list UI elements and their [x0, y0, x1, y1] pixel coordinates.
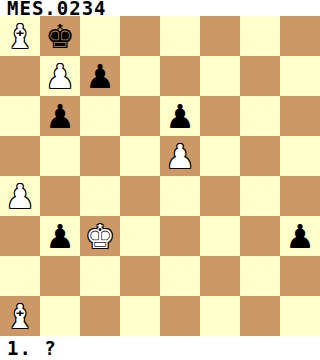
square-g6[interactable]	[240, 96, 280, 136]
chess-board: ♝♚♟♟♟♟♟♟♟♚♟♝	[0, 16, 320, 336]
square-e3[interactable]	[160, 216, 200, 256]
square-e2[interactable]	[160, 256, 200, 296]
square-c1[interactable]	[80, 296, 120, 336]
square-e1[interactable]	[160, 296, 200, 336]
black-pawn: ♟	[165, 98, 195, 136]
square-h8[interactable]	[280, 16, 320, 56]
square-f8[interactable]	[200, 16, 240, 56]
square-c8[interactable]	[80, 16, 120, 56]
square-a1[interactable]: ♝	[0, 296, 40, 336]
square-a4[interactable]: ♟	[0, 176, 40, 216]
white-bishop: ♝	[5, 18, 35, 56]
square-d8[interactable]	[120, 16, 160, 56]
square-c2[interactable]	[80, 256, 120, 296]
square-e4[interactable]	[160, 176, 200, 216]
black-pawn: ♟	[85, 58, 115, 96]
square-c3[interactable]: ♚	[80, 216, 120, 256]
square-e5[interactable]: ♟	[160, 136, 200, 176]
square-e7[interactable]	[160, 56, 200, 96]
square-b3[interactable]: ♟	[40, 216, 80, 256]
square-g8[interactable]	[240, 16, 280, 56]
square-g1[interactable]	[240, 296, 280, 336]
chess-program-screen: MES.0234 ♝♚♟♟♟♟♟♟♟♚♟♝ 1. ?	[0, 0, 320, 360]
header: MES.0234	[0, 0, 320, 16]
square-h4[interactable]	[280, 176, 320, 216]
square-g5[interactable]	[240, 136, 280, 176]
square-g2[interactable]	[240, 256, 280, 296]
square-b7[interactable]: ♟	[40, 56, 80, 96]
square-b1[interactable]	[40, 296, 80, 336]
square-d4[interactable]	[120, 176, 160, 216]
square-h5[interactable]	[280, 136, 320, 176]
black-pawn: ♟	[45, 218, 75, 256]
square-f4[interactable]	[200, 176, 240, 216]
square-d7[interactable]	[120, 56, 160, 96]
square-d6[interactable]	[120, 96, 160, 136]
square-d1[interactable]	[120, 296, 160, 336]
move-prompt: 1. ?	[0, 337, 57, 359]
white-pawn: ♟	[165, 138, 195, 176]
white-pawn: ♟	[45, 58, 75, 96]
square-e6[interactable]: ♟	[160, 96, 200, 136]
white-king: ♚	[85, 218, 115, 256]
white-pawn: ♟	[5, 178, 35, 216]
square-g7[interactable]	[240, 56, 280, 96]
square-d5[interactable]	[120, 136, 160, 176]
black-pawn: ♟	[285, 218, 315, 256]
square-h3[interactable]: ♟	[280, 216, 320, 256]
square-d3[interactable]	[120, 216, 160, 256]
square-f6[interactable]	[200, 96, 240, 136]
square-c7[interactable]: ♟	[80, 56, 120, 96]
square-h7[interactable]	[280, 56, 320, 96]
white-bishop: ♝	[5, 298, 35, 336]
footer: 1. ?	[0, 336, 320, 360]
square-b2[interactable]	[40, 256, 80, 296]
square-g4[interactable]	[240, 176, 280, 216]
black-king: ♚	[45, 18, 75, 56]
square-c6[interactable]	[80, 96, 120, 136]
square-h6[interactable]	[280, 96, 320, 136]
square-h2[interactable]	[280, 256, 320, 296]
square-f7[interactable]	[200, 56, 240, 96]
square-a5[interactable]	[0, 136, 40, 176]
square-c5[interactable]	[80, 136, 120, 176]
square-b6[interactable]: ♟	[40, 96, 80, 136]
square-f5[interactable]	[200, 136, 240, 176]
square-a3[interactable]	[0, 216, 40, 256]
square-f2[interactable]	[200, 256, 240, 296]
square-a6[interactable]	[0, 96, 40, 136]
square-a8[interactable]: ♝	[0, 16, 40, 56]
square-b4[interactable]	[40, 176, 80, 216]
square-g3[interactable]	[240, 216, 280, 256]
square-h1[interactable]	[280, 296, 320, 336]
square-a7[interactable]	[0, 56, 40, 96]
black-pawn: ♟	[45, 98, 75, 136]
square-e8[interactable]	[160, 16, 200, 56]
square-a2[interactable]	[0, 256, 40, 296]
square-b8[interactable]: ♚	[40, 16, 80, 56]
square-b5[interactable]	[40, 136, 80, 176]
square-f3[interactable]	[200, 216, 240, 256]
puzzle-id: MES.0234	[0, 0, 107, 16]
square-c4[interactable]	[80, 176, 120, 216]
square-d2[interactable]	[120, 256, 160, 296]
square-f1[interactable]	[200, 296, 240, 336]
